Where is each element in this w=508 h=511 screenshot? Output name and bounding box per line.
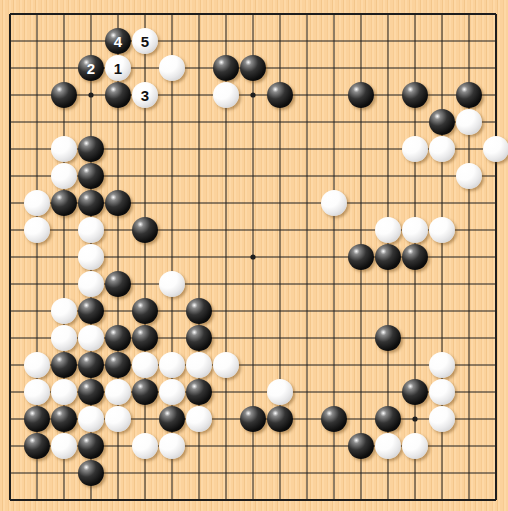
board-cell [213, 82, 240, 109]
stone-layer: 45213 [0, 1, 508, 511]
board-cell [78, 163, 105, 190]
black-stone [105, 271, 131, 297]
black-stone [78, 298, 104, 324]
board-cell [132, 298, 159, 325]
white-stone [213, 352, 239, 378]
board-cell [375, 433, 402, 460]
board-cell [78, 298, 105, 325]
board-cell [159, 271, 186, 298]
board-cell [105, 406, 132, 433]
black-stone [78, 433, 104, 459]
black-stone [186, 379, 212, 405]
white-stone [402, 136, 428, 162]
white-stone [213, 82, 239, 108]
white-stone [159, 271, 185, 297]
black-stone [78, 352, 104, 378]
black-stone [402, 244, 428, 270]
white-stone [456, 109, 482, 135]
board-cell [51, 163, 78, 190]
board-cell [105, 379, 132, 406]
board-cell [213, 55, 240, 82]
black-stone [78, 136, 104, 162]
board-cell [402, 136, 429, 163]
black-stone [348, 433, 374, 459]
board-cell [24, 217, 51, 244]
white-stone [78, 271, 104, 297]
black-stone [51, 82, 77, 108]
board-cell [78, 352, 105, 379]
board-cell [105, 271, 132, 298]
board-cell [456, 82, 483, 109]
board-cell [429, 109, 456, 136]
black-stone [186, 298, 212, 324]
black-stone: 2 [78, 55, 104, 81]
board-cell [78, 271, 105, 298]
board-cell [51, 325, 78, 352]
board-cell [132, 352, 159, 379]
white-stone [159, 433, 185, 459]
board-cell [186, 379, 213, 406]
board-cell [24, 379, 51, 406]
white-stone [186, 406, 212, 432]
white-stone [429, 136, 455, 162]
white-stone: 5 [132, 28, 158, 54]
white-stone [24, 379, 50, 405]
board-cell [240, 406, 267, 433]
black-stone [132, 217, 158, 243]
black-stone [78, 190, 104, 216]
board-cell [159, 379, 186, 406]
white-stone [429, 352, 455, 378]
board-cell [267, 379, 294, 406]
board-cell [375, 244, 402, 271]
white-stone [429, 379, 455, 405]
board-cell [24, 433, 51, 460]
board-cell [51, 433, 78, 460]
white-stone: 3 [132, 82, 158, 108]
board-cell [402, 82, 429, 109]
board-cell [105, 190, 132, 217]
white-stone [78, 406, 104, 432]
board-cell [24, 352, 51, 379]
board-cell [267, 82, 294, 109]
board-cell: 2 [78, 55, 105, 82]
move-number-label: 1 [114, 61, 122, 76]
board-cell [429, 217, 456, 244]
black-stone [24, 406, 50, 432]
go-board[interactable]: 45213 [0, 0, 508, 511]
board-cell [456, 109, 483, 136]
white-stone [456, 163, 482, 189]
board-cell [51, 352, 78, 379]
white-stone [321, 190, 347, 216]
black-stone [105, 352, 131, 378]
white-stone [105, 406, 131, 432]
white-stone [51, 433, 77, 459]
white-stone [24, 217, 50, 243]
board-cell [348, 433, 375, 460]
board-cell [105, 352, 132, 379]
black-stone [402, 82, 428, 108]
board-cell [78, 244, 105, 271]
board-cell [186, 298, 213, 325]
black-stone [78, 163, 104, 189]
board-cell [159, 352, 186, 379]
white-stone [429, 217, 455, 243]
board-cell: 5 [132, 28, 159, 55]
black-stone [78, 379, 104, 405]
white-stone [375, 433, 401, 459]
board-cell [24, 406, 51, 433]
white-stone [375, 217, 401, 243]
black-stone [375, 406, 401, 432]
black-stone [213, 55, 239, 81]
black-stone [132, 325, 158, 351]
board-cell [78, 325, 105, 352]
white-stone [429, 406, 455, 432]
board-cell [186, 406, 213, 433]
black-stone: 4 [105, 28, 131, 54]
black-stone [159, 406, 185, 432]
black-stone [348, 244, 374, 270]
board-cell [402, 217, 429, 244]
board-cell [78, 217, 105, 244]
board-cell [213, 352, 240, 379]
white-stone [402, 217, 428, 243]
board-cell [402, 244, 429, 271]
white-stone [186, 352, 212, 378]
board-cell [78, 190, 105, 217]
board-cell [186, 325, 213, 352]
black-stone [51, 352, 77, 378]
board-cell [78, 433, 105, 460]
board-cell [51, 82, 78, 109]
board-cell: 3 [132, 82, 159, 109]
board-cell [375, 217, 402, 244]
board-cell [321, 406, 348, 433]
board-cell [456, 163, 483, 190]
board-cell [159, 406, 186, 433]
board-cell [78, 379, 105, 406]
white-stone [51, 379, 77, 405]
white-stone [78, 217, 104, 243]
board-cell [321, 190, 348, 217]
board-cell [51, 379, 78, 406]
white-stone [159, 379, 185, 405]
board-cell [78, 460, 105, 487]
board-cell [78, 406, 105, 433]
black-stone [51, 190, 77, 216]
black-stone [186, 325, 212, 351]
black-stone [321, 406, 347, 432]
board-cell [51, 136, 78, 163]
white-stone [159, 55, 185, 81]
board-cell [375, 406, 402, 433]
move-number-label: 2 [87, 61, 95, 76]
board-cell [267, 406, 294, 433]
black-stone [348, 82, 374, 108]
white-stone [78, 244, 104, 270]
white-stone [24, 352, 50, 378]
board-cell [159, 55, 186, 82]
board-cell [186, 352, 213, 379]
black-stone [375, 244, 401, 270]
black-stone [456, 82, 482, 108]
white-stone [132, 433, 158, 459]
board-cell [132, 379, 159, 406]
move-number-label: 5 [141, 34, 149, 49]
black-stone [267, 406, 293, 432]
board-cell [105, 325, 132, 352]
white-stone [51, 298, 77, 324]
board-cell [375, 325, 402, 352]
black-stone [132, 379, 158, 405]
white-stone [267, 379, 293, 405]
black-stone [105, 190, 131, 216]
board-cell [132, 325, 159, 352]
black-stone [78, 460, 104, 486]
board-cell [78, 136, 105, 163]
board-cell [402, 433, 429, 460]
board-cell [24, 190, 51, 217]
board-cell [429, 379, 456, 406]
board-cell [348, 244, 375, 271]
board-cell [132, 217, 159, 244]
white-stone [51, 163, 77, 189]
board-cell [51, 406, 78, 433]
board-cell: 4 [105, 28, 132, 55]
board-cell [105, 82, 132, 109]
white-stone [78, 325, 104, 351]
board-cell [348, 82, 375, 109]
black-stone [105, 325, 131, 351]
board-cell [429, 406, 456, 433]
white-stone [402, 433, 428, 459]
black-stone [429, 109, 455, 135]
black-stone [105, 82, 131, 108]
board-cell [429, 136, 456, 163]
black-stone [402, 379, 428, 405]
white-stone [132, 352, 158, 378]
board-cell [429, 352, 456, 379]
black-stone [132, 298, 158, 324]
white-stone [51, 136, 77, 162]
board-cell [240, 55, 267, 82]
white-stone [24, 190, 50, 216]
board-cell: 1 [105, 55, 132, 82]
board-cell [483, 136, 508, 163]
black-stone [24, 433, 50, 459]
black-stone [375, 325, 401, 351]
board-cell [132, 433, 159, 460]
board-cell [51, 190, 78, 217]
white-stone: 1 [105, 55, 131, 81]
white-stone [159, 352, 185, 378]
black-stone [267, 82, 293, 108]
move-number-label: 4 [114, 34, 122, 49]
white-stone [51, 325, 77, 351]
board-cell [51, 298, 78, 325]
board-cell [402, 379, 429, 406]
white-stone [105, 379, 131, 405]
black-stone [51, 406, 77, 432]
white-stone [483, 136, 508, 162]
black-stone [240, 406, 266, 432]
move-number-label: 3 [141, 88, 149, 103]
board-cell [159, 433, 186, 460]
black-stone [240, 55, 266, 81]
